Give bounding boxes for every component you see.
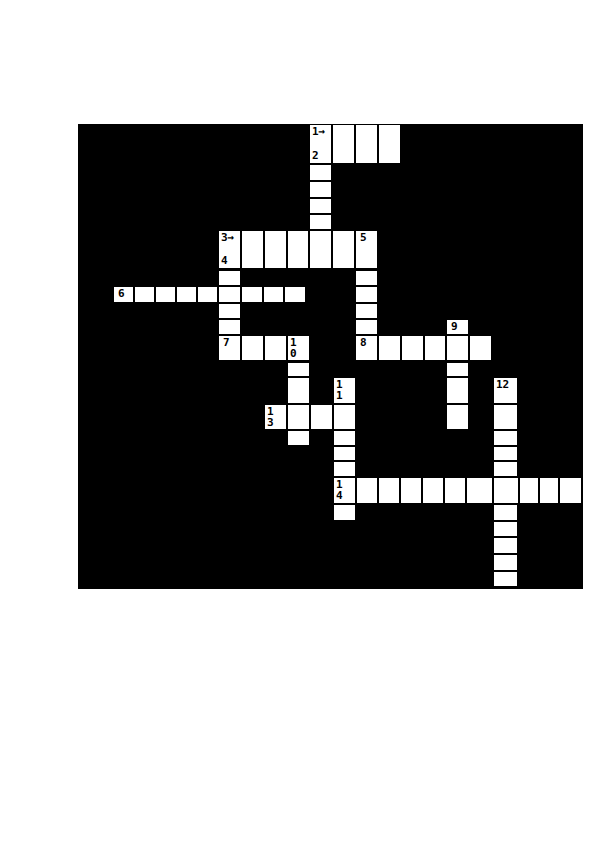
clue-number: 10 xyxy=(288,336,309,360)
crossword-cell[interactable] xyxy=(288,363,309,376)
crossword-cell[interactable] xyxy=(494,462,517,476)
crossword-cell[interactable] xyxy=(447,336,468,360)
clue-number-line: 4 xyxy=(336,490,343,501)
clue-number-line: 1 xyxy=(336,390,343,401)
crossword-cell[interactable] xyxy=(356,287,377,302)
crossword-cell[interactable] xyxy=(401,478,421,503)
crossword-cell[interactable] xyxy=(333,125,354,163)
clue-number-line: 5 xyxy=(360,232,367,243)
crossword-cell[interactable] xyxy=(356,304,377,318)
clue-number: 8 xyxy=(356,336,377,360)
crossword-cell[interactable] xyxy=(310,231,331,268)
crossword-cell[interactable] xyxy=(447,363,468,376)
crossword-cell[interactable] xyxy=(310,215,331,229)
cell-14[interactable]: 14 xyxy=(334,478,355,503)
crossword-cell[interactable] xyxy=(285,287,305,302)
crossword-cell[interactable] xyxy=(177,287,196,302)
crossword-cell[interactable] xyxy=(445,478,465,503)
crossword-cell[interactable] xyxy=(494,505,517,520)
crossword-cell[interactable] xyxy=(310,182,331,197)
crossword-cell[interactable] xyxy=(198,287,217,302)
crossword-cell[interactable] xyxy=(242,231,263,268)
cell-6[interactable]: 6 xyxy=(114,287,133,302)
cell-7[interactable]: 7 xyxy=(219,336,240,360)
crossword-cell[interactable] xyxy=(156,287,175,302)
page: 1→23→4569710811121314 xyxy=(0,0,595,842)
crossword-cell[interactable] xyxy=(265,336,286,360)
crossword-cell[interactable] xyxy=(494,572,517,586)
crossword-cell[interactable] xyxy=(265,231,286,268)
crossword-cell[interactable] xyxy=(288,378,309,403)
clue-number: 14 xyxy=(334,478,355,503)
cell-10[interactable]: 10 xyxy=(288,336,309,360)
clue-number-line: 3 xyxy=(267,417,274,428)
crossword-cell[interactable] xyxy=(560,478,581,503)
crossword-cell[interactable] xyxy=(288,431,309,445)
crossword-cell[interactable] xyxy=(402,336,423,360)
crossword-cell[interactable] xyxy=(494,522,517,536)
crossword-cell[interactable] xyxy=(356,271,377,285)
clue-number: 12 xyxy=(494,378,517,403)
clue-number: 13 xyxy=(265,405,286,429)
cell-11[interactable]: 11 xyxy=(334,378,355,403)
cell-1-2[interactable]: 1→2 xyxy=(310,125,331,163)
crossword-cell[interactable] xyxy=(334,505,355,520)
cell-3-4[interactable]: 3→4 xyxy=(219,231,240,268)
clue-number-line: 2 xyxy=(312,150,319,161)
clue-number-line: 8 xyxy=(360,337,367,348)
crossword-cell[interactable] xyxy=(467,478,492,503)
clue-number-line: 0 xyxy=(290,348,297,359)
clue-number-line: 7 xyxy=(223,337,230,348)
crossword-cell[interactable] xyxy=(311,405,332,429)
crossword-cell[interactable] xyxy=(288,231,308,268)
clue-number-line: 9 xyxy=(451,321,458,332)
clue-number: 9 xyxy=(447,320,468,334)
crossword-cell[interactable] xyxy=(219,320,240,334)
clue-number: 7 xyxy=(219,336,240,360)
crossword-cell[interactable] xyxy=(494,538,517,553)
crossword-cell[interactable] xyxy=(470,336,491,360)
crossword-cell[interactable] xyxy=(494,478,518,503)
crossword-cell[interactable] xyxy=(334,462,355,476)
clue-number: 6 xyxy=(114,287,133,302)
clue-number-line: 3→ xyxy=(221,232,234,243)
crossword-cell[interactable] xyxy=(219,287,240,302)
clue-number: 1→2 xyxy=(310,125,331,163)
crossword-cell[interactable] xyxy=(520,478,538,503)
crossword-cell[interactable] xyxy=(379,478,399,503)
cell-13[interactable]: 13 xyxy=(265,405,286,429)
crossword-cell[interactable] xyxy=(494,431,517,445)
crossword-board: 1→23→4569710811121314 xyxy=(78,124,583,589)
crossword-cell[interactable] xyxy=(425,336,445,360)
clue-number: 3→4 xyxy=(219,231,240,268)
crossword-cell[interactable] xyxy=(334,405,355,429)
crossword-cell[interactable] xyxy=(219,271,240,285)
crossword-cell[interactable] xyxy=(356,125,377,163)
crossword-cell[interactable] xyxy=(423,478,443,503)
crossword-cell[interactable] xyxy=(333,231,354,268)
crossword-cell[interactable] xyxy=(264,287,283,302)
clue-number: 5 xyxy=(356,231,377,268)
crossword-cell[interactable] xyxy=(310,165,331,180)
crossword-cell[interactable] xyxy=(540,478,558,503)
crossword-cell[interactable] xyxy=(288,405,309,429)
clue-number-line: 1→ xyxy=(312,126,325,137)
crossword-cell[interactable] xyxy=(310,199,331,213)
crossword-cell[interactable] xyxy=(357,478,377,503)
crossword-cell[interactable] xyxy=(447,378,468,403)
crossword-cell[interactable] xyxy=(242,287,262,302)
crossword-cell[interactable] xyxy=(494,447,517,460)
crossword-cell[interactable] xyxy=(334,447,355,460)
crossword-cell[interactable] xyxy=(494,405,517,429)
cell-9[interactable]: 9 xyxy=(447,320,468,334)
crossword-cell[interactable] xyxy=(135,287,154,302)
clue-number-line: 12 xyxy=(496,379,509,390)
crossword-cell[interactable] xyxy=(379,125,400,163)
clue-number-line: 6 xyxy=(118,288,125,299)
crossword-cell[interactable] xyxy=(494,555,517,570)
cell-5[interactable]: 5 xyxy=(356,231,377,268)
crossword-cell[interactable] xyxy=(219,304,240,318)
crossword-cell[interactable] xyxy=(447,405,468,429)
crossword-cell[interactable] xyxy=(356,320,377,334)
clue-number: 11 xyxy=(334,378,355,403)
crossword-cell[interactable] xyxy=(242,336,263,360)
crossword-cell[interactable] xyxy=(334,431,355,445)
clue-number-line: 4 xyxy=(221,255,228,266)
cell-8[interactable]: 8 xyxy=(356,336,377,360)
cell-12[interactable]: 12 xyxy=(494,378,517,403)
crossword-cell[interactable] xyxy=(379,336,400,360)
